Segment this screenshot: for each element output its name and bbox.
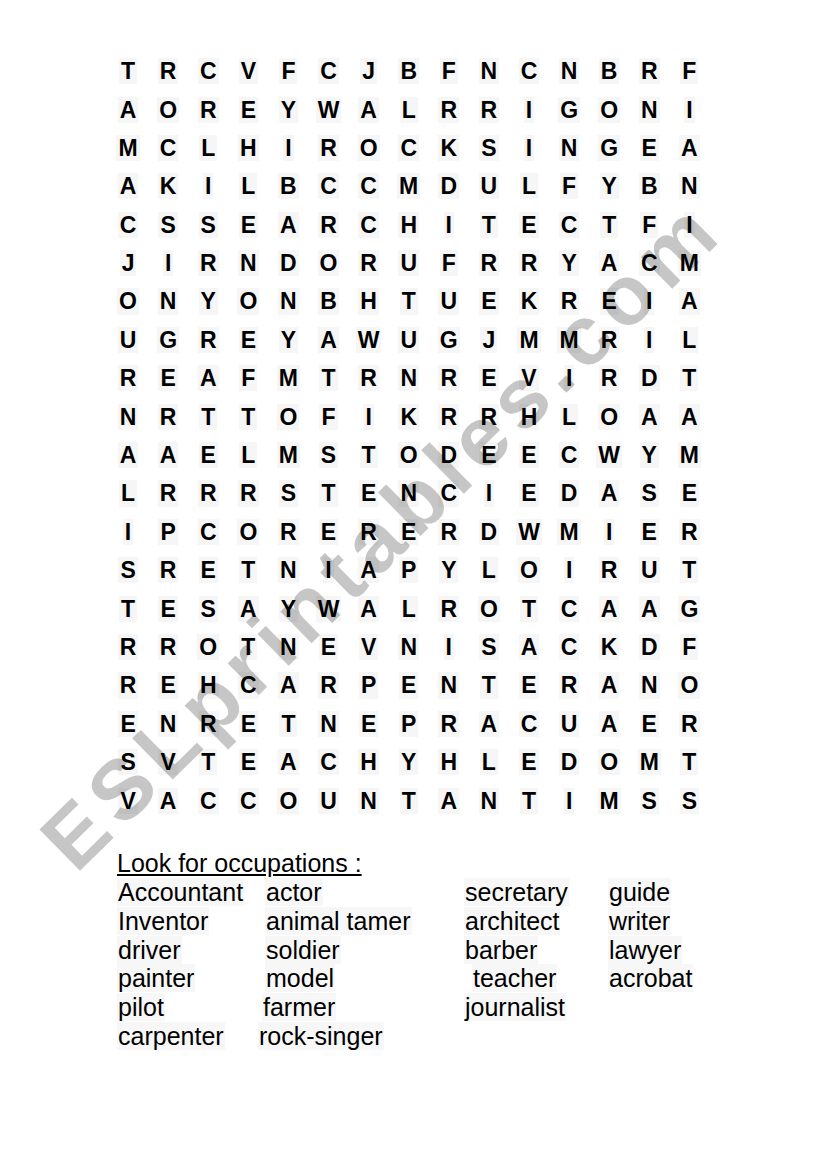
grid-letter: J: [360, 58, 377, 84]
grid-letter: U: [398, 250, 419, 276]
grid-letter: R: [158, 480, 179, 506]
grid-cell: I: [629, 282, 669, 320]
grid-letter: C: [559, 442, 580, 468]
grid-cell: R: [108, 628, 148, 666]
grid-cell: D: [549, 743, 589, 781]
grid-cell: I: [429, 206, 469, 244]
grid-letter: N: [559, 135, 580, 161]
grid-letter: S: [319, 442, 338, 468]
grid-letter: F: [319, 404, 337, 430]
grid-letter: U: [438, 288, 459, 314]
grid-cell: S: [268, 474, 308, 512]
word-list-row: journalist: [464, 993, 569, 1022]
grid-cell: A: [589, 244, 629, 282]
grid-letter: R: [158, 404, 179, 430]
grid-letter: R: [118, 365, 139, 391]
grid-cell: N: [108, 398, 148, 436]
grid-cell: A: [268, 666, 308, 704]
grid-cell: W: [308, 589, 348, 627]
grid-cell: D: [549, 474, 589, 512]
grid-letter: L: [199, 135, 217, 161]
grid-cell: T: [389, 282, 429, 320]
grid-letter: R: [438, 404, 459, 430]
grid-cell: L: [389, 90, 429, 128]
grid-letter: E: [239, 749, 258, 775]
grid-letter: E: [519, 480, 538, 506]
grid-letter: A: [679, 135, 700, 161]
grid-cell: T: [469, 206, 509, 244]
grid-cell: F: [549, 167, 589, 205]
grid-letter: R: [158, 58, 179, 84]
grid-cell: N: [148, 282, 188, 320]
grid-cell: R: [188, 321, 228, 359]
grid-cell: T: [589, 206, 629, 244]
grid-letter: E: [239, 711, 258, 737]
grid-letter: N: [438, 672, 459, 698]
grid-letter: C: [158, 135, 179, 161]
grid-letter: R: [198, 711, 219, 737]
grid-letter: I: [564, 557, 574, 583]
grid-letter: V: [239, 58, 258, 84]
grid-letter: K: [599, 634, 620, 660]
grid-letter: C: [358, 173, 379, 199]
grid-letter: R: [198, 480, 219, 506]
grid-letter: U: [318, 788, 339, 814]
grid-cell: E: [308, 628, 348, 666]
grid-letter: R: [479, 250, 500, 276]
grid-letter: C: [198, 58, 219, 84]
word-list-row: lawyer: [608, 936, 693, 965]
grid-letter: G: [157, 327, 179, 353]
grid-letter: N: [639, 672, 660, 698]
grid-cell: V: [228, 52, 268, 90]
grid-letter: M: [678, 442, 701, 468]
word-list-item: acrobat: [608, 964, 693, 992]
word-list-item: journalist: [464, 993, 566, 1021]
grid-cell: L: [509, 167, 549, 205]
grid-cell: M: [549, 321, 589, 359]
grid-cell: E: [509, 743, 549, 781]
grid-letter: A: [599, 672, 620, 698]
grid-letter: E: [239, 212, 258, 238]
grid-cell: F: [429, 244, 469, 282]
grid-cell: O: [268, 398, 308, 436]
grid-cell: C: [549, 589, 589, 627]
grid-cell: A: [188, 359, 228, 397]
grid-cell: C: [509, 705, 549, 743]
grid-cell: E: [308, 513, 348, 551]
grid-cell: E: [389, 666, 429, 704]
grid-letter: A: [639, 404, 660, 430]
grid-cell: R: [469, 398, 509, 436]
grid-cell: O: [268, 781, 308, 819]
grid-cell: T: [228, 551, 268, 589]
grid-cell: E: [469, 282, 509, 320]
grid-cell: T: [349, 436, 389, 474]
grid-letter: D: [639, 365, 660, 391]
grid-letter: H: [398, 212, 419, 238]
grid-letter: E: [359, 711, 378, 737]
grid-letter: E: [519, 212, 538, 238]
grid-cell: O: [349, 129, 389, 167]
worksheet-page: ESLprintables.com TRCVFCJBFNCNBRFAOREYWA…: [0, 0, 821, 1169]
grid-letter: A: [358, 97, 379, 123]
grid-letter: E: [519, 442, 538, 468]
grid-cell: E: [349, 705, 389, 743]
grid-letter: E: [399, 672, 418, 698]
word-list-row: painter: [117, 964, 244, 993]
grid-cell: M: [549, 513, 589, 551]
grid-letter: K: [438, 135, 459, 161]
grid-letter: N: [238, 250, 259, 276]
grid-letter: G: [598, 135, 620, 161]
grid-cell: C: [389, 129, 429, 167]
grid-letter: R: [679, 519, 700, 545]
grid-letter: U: [398, 327, 419, 353]
grid-cell: O: [228, 513, 268, 551]
grid-cell: L: [669, 321, 709, 359]
grid-cell: V: [148, 743, 188, 781]
grid-letter: B: [639, 173, 660, 199]
grid-cell: E: [509, 206, 549, 244]
grid-letter: R: [118, 634, 139, 660]
grid-cell: N: [469, 52, 509, 90]
grid-cell: M: [629, 743, 669, 781]
grid-cell: Y: [429, 551, 469, 589]
grid-cell: S: [629, 474, 669, 512]
word-list-row: carpenter: [117, 1022, 244, 1051]
grid-letter: T: [199, 749, 217, 775]
grid-cell: N: [389, 474, 429, 512]
grid-letter: C: [559, 634, 580, 660]
grid-cell: I: [429, 628, 469, 666]
grid-letter: I: [203, 173, 213, 199]
grid-cell: K: [429, 129, 469, 167]
grid-letter: O: [237, 519, 259, 545]
grid-letter: E: [479, 442, 498, 468]
grid-cell: I: [669, 206, 709, 244]
grid-letter: M: [116, 135, 139, 161]
grid-letter: T: [520, 788, 538, 814]
grid-letter: A: [438, 788, 459, 814]
grid-cell: N: [469, 781, 509, 819]
grid-cell: E: [469, 359, 509, 397]
grid-letter: O: [277, 404, 299, 430]
grid-cell: R: [469, 244, 509, 282]
grid-cell: H: [349, 743, 389, 781]
grid-letter: N: [278, 557, 299, 583]
grid-letter: O: [518, 557, 540, 583]
grid-letter: A: [358, 557, 379, 583]
word-list-item: barber: [464, 936, 538, 964]
grid-letter: S: [199, 596, 218, 622]
grid-letter: I: [444, 634, 454, 660]
grid-cell: M: [589, 781, 629, 819]
grid-letter: W: [356, 327, 382, 353]
grid-cell: A: [349, 589, 389, 627]
grid-cell: N: [148, 705, 188, 743]
grid-cell: O: [228, 282, 268, 320]
grid-letter: C: [318, 173, 339, 199]
grid-letter: R: [599, 327, 620, 353]
grid-letter: S: [199, 212, 218, 238]
grid-letter: C: [318, 58, 339, 84]
grid-letter: A: [599, 711, 620, 737]
grid-cell: H: [349, 282, 389, 320]
grid-letter: L: [400, 596, 418, 622]
grid-letter: F: [239, 365, 257, 391]
grid-cell: Y: [188, 282, 228, 320]
grid-letter: F: [640, 212, 658, 238]
grid-letter: K: [519, 288, 540, 314]
grid-letter: N: [398, 480, 419, 506]
grid-letter: I: [163, 250, 173, 276]
grid-cell: N: [389, 359, 429, 397]
grid-letter: H: [238, 135, 259, 161]
grid-letter: E: [519, 749, 538, 775]
grid-letter: D: [278, 250, 299, 276]
grid-cell: I: [108, 513, 148, 551]
grid-letter: E: [399, 519, 418, 545]
word-list-row: model: [265, 964, 412, 993]
grid-cell: R: [429, 398, 469, 436]
grid-letter: T: [680, 749, 698, 775]
grid-cell: A: [589, 705, 629, 743]
grid-cell: L: [228, 167, 268, 205]
grid-cell: H: [389, 206, 429, 244]
grid-letter: H: [519, 404, 540, 430]
grid-cell: F: [629, 206, 669, 244]
grid-letter: I: [644, 327, 654, 353]
grid-letter: T: [239, 557, 257, 583]
grid-letter: A: [358, 596, 379, 622]
grid-cell: C: [308, 743, 348, 781]
grid-letter: E: [640, 135, 659, 161]
grid-cell: R: [549, 666, 589, 704]
grid-cell: S: [188, 206, 228, 244]
grid-letter: T: [239, 404, 257, 430]
word-list-item: carpenter: [117, 1022, 225, 1050]
grid-letter: R: [238, 480, 259, 506]
grid-letter: T: [239, 634, 257, 660]
grid-letter: T: [600, 212, 618, 238]
grid-cell: U: [389, 321, 429, 359]
grid-cell: R: [148, 628, 188, 666]
grid-letter: I: [644, 288, 654, 314]
grid-letter: E: [479, 365, 498, 391]
grid-cell: G: [589, 129, 629, 167]
word-list-item: Accountant: [117, 878, 244, 906]
grid-cell: B: [389, 52, 429, 90]
grid-letter: F: [680, 634, 698, 660]
grid-letter: W: [316, 596, 342, 622]
grid-letter: T: [360, 442, 378, 468]
grid-letter: N: [158, 711, 179, 737]
word-list-row: pilot: [117, 993, 244, 1022]
word-list-item: teacher: [472, 964, 557, 992]
grid-cell: G: [549, 90, 589, 128]
grid-letter: H: [198, 672, 219, 698]
grid-cell: U: [108, 321, 148, 359]
grid-letter: C: [639, 250, 660, 276]
grid-letter: D: [438, 442, 459, 468]
grid-letter: Y: [199, 288, 218, 314]
grid-letter: R: [438, 365, 459, 391]
grid-cell: R: [308, 129, 348, 167]
grid-letter: A: [679, 404, 700, 430]
grid-letter: Y: [600, 173, 619, 199]
grid-letter: T: [680, 557, 698, 583]
grid-letter: M: [678, 250, 701, 276]
grid-letter: C: [118, 212, 139, 238]
grid-cell: P: [349, 666, 389, 704]
grid-cell: E: [148, 589, 188, 627]
grid-cell: O: [148, 90, 188, 128]
grid-cell: E: [509, 436, 549, 474]
grid-letter: O: [478, 596, 500, 622]
grid-letter: D: [438, 173, 459, 199]
grid-letter: R: [639, 58, 660, 84]
grid-cell: R: [589, 321, 629, 359]
grid-letter: G: [558, 97, 580, 123]
word-list-row: guide: [608, 878, 693, 907]
grid-cell: R: [228, 474, 268, 512]
grid-letter: N: [318, 711, 339, 737]
grid-letter: R: [278, 519, 299, 545]
grid-cell: A: [509, 628, 549, 666]
grid-letter: Y: [439, 557, 458, 583]
word-list-row: animal tamer: [265, 907, 412, 936]
grid-cell: N: [349, 781, 389, 819]
grid-cell: L: [389, 589, 429, 627]
grid-letter: H: [438, 749, 459, 775]
grid-letter: L: [480, 749, 498, 775]
grid-cell: A: [589, 666, 629, 704]
grid-letter: R: [559, 288, 580, 314]
grid-letter: O: [157, 97, 179, 123]
grid-letter: N: [278, 634, 299, 660]
grid-letter: M: [557, 327, 580, 353]
grid-cell: E: [669, 474, 709, 512]
word-list-item: farmer: [262, 993, 336, 1021]
grid-letter: F: [560, 173, 578, 199]
grid-cell: V: [108, 781, 148, 819]
grid-letter: I: [123, 519, 133, 545]
grid-cell: C: [188, 52, 228, 90]
grid-letter: T: [480, 672, 498, 698]
grid-letter: O: [678, 672, 700, 698]
grid-letter: A: [118, 97, 139, 123]
grid-cell: E: [188, 551, 228, 589]
grid-cell: O: [188, 628, 228, 666]
grid-letter: O: [598, 404, 620, 430]
grid-cell: A: [148, 781, 188, 819]
grid-cell: T: [669, 743, 709, 781]
grid-letter: B: [318, 288, 339, 314]
grid-cell: O: [389, 436, 429, 474]
grid-letter: L: [400, 97, 418, 123]
grid-letter: C: [438, 480, 459, 506]
grid-cell: B: [589, 52, 629, 90]
grid-cell: R: [188, 244, 228, 282]
grid-letter: I: [684, 212, 694, 238]
grid-cell: M: [268, 436, 308, 474]
grid-cell: T: [308, 359, 348, 397]
grid-cell: K: [509, 282, 549, 320]
grid-letter: E: [158, 596, 177, 622]
grid-letter: E: [479, 288, 498, 314]
grid-letter: R: [198, 250, 219, 276]
grid-letter: I: [564, 365, 574, 391]
grid-letter: O: [598, 97, 620, 123]
grid-letter: T: [400, 288, 418, 314]
grid-cell: T: [268, 705, 308, 743]
grid-cell: O: [589, 90, 629, 128]
grid-letter: F: [680, 58, 698, 84]
grid-cell: E: [108, 705, 148, 743]
grid-letter: N: [639, 97, 660, 123]
grid-cell: I: [509, 129, 549, 167]
word-list-item: secretary: [464, 878, 569, 906]
grid-letter: L: [560, 404, 578, 430]
word-list-column: guidewriterlawyeracrobat: [608, 878, 693, 993]
grid-cell: R: [429, 705, 469, 743]
grid-letter: A: [519, 634, 540, 660]
grid-letter: C: [238, 788, 259, 814]
grid-letter: A: [158, 442, 179, 468]
grid-cell: I: [308, 551, 348, 589]
grid-letter: M: [277, 442, 300, 468]
grid-cell: B: [308, 282, 348, 320]
grid-letter: D: [639, 634, 660, 660]
grid-letter: R: [318, 672, 339, 698]
grid-letter: N: [358, 788, 379, 814]
word-list-row: rock-singer: [258, 1022, 412, 1051]
grid-letter: O: [318, 250, 340, 276]
grid-letter: C: [318, 749, 339, 775]
grid-cell: K: [589, 628, 629, 666]
grid-cell: L: [469, 551, 509, 589]
grid-cell: T: [228, 628, 268, 666]
word-list-row: teacher: [464, 964, 569, 993]
grid-cell: I: [188, 167, 228, 205]
grid-cell: T: [389, 781, 429, 819]
grid-cell: N: [389, 628, 429, 666]
grid-letter: R: [438, 97, 459, 123]
grid-letter: B: [278, 173, 299, 199]
grid-letter: J: [480, 327, 497, 353]
grid-cell: E: [629, 705, 669, 743]
grid-letter: T: [279, 711, 297, 737]
grid-cell: N: [629, 666, 669, 704]
word-list-column: actoranimal tamersoldiermodelfarmerrock-…: [265, 878, 412, 1051]
grid-letter: R: [599, 557, 620, 583]
grid-letter: I: [524, 97, 534, 123]
grid-letter: K: [398, 404, 419, 430]
grid-letter: T: [199, 404, 217, 430]
grid-letter: E: [239, 97, 258, 123]
grid-cell: F: [669, 52, 709, 90]
grid-letter: S: [479, 634, 498, 660]
grid-letter: C: [559, 212, 580, 238]
grid-cell: D: [429, 436, 469, 474]
grid-cell: Y: [549, 244, 589, 282]
word-list-row: architect: [464, 907, 569, 936]
grid-letter: T: [480, 212, 498, 238]
grid-cell: F: [669, 628, 709, 666]
grid-letter: R: [599, 365, 620, 391]
grid-letter: D: [479, 519, 500, 545]
